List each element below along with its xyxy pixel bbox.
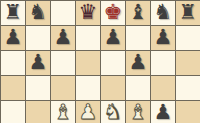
square-d6[interactable]	[76, 51, 101, 76]
square-g5[interactable]	[151, 76, 176, 101]
square-a4[interactable]	[1, 101, 26, 123]
square-e5[interactable]	[101, 76, 126, 101]
square-b7[interactable]	[26, 26, 51, 51]
chess-board: ♜♞♛♚♝♞♜♟♟♟♟♟♟♝♟♞♝♟	[0, 0, 200, 123]
piece-black-rook: ♜	[4, 2, 23, 23]
square-h5[interactable]	[176, 76, 200, 101]
square-c4[interactable]: ♝	[51, 101, 76, 123]
square-d4[interactable]: ♟	[76, 101, 101, 123]
square-f4[interactable]: ♝	[126, 101, 151, 123]
piece-white-bishop: ♝	[129, 102, 148, 123]
square-d8[interactable]: ♛	[76, 1, 101, 26]
chess-game-screenshot: ♜♞♛♚♝♞♜♟♟♟♟♟♟♝♟♞♝♟	[0, 0, 200, 123]
square-a5[interactable]	[1, 76, 26, 101]
square-e7[interactable]: ♟	[101, 26, 126, 51]
piece-black-king: ♚	[104, 2, 123, 23]
square-e6[interactable]	[101, 51, 126, 76]
piece-black-pawn: ♟	[104, 27, 123, 48]
square-g4[interactable]: ♟	[151, 101, 176, 123]
piece-black-pawn: ♟	[4, 27, 23, 48]
piece-black-pawn: ♟	[154, 27, 173, 48]
piece-black-pawn: ♟	[129, 52, 148, 73]
square-e4[interactable]: ♞	[101, 101, 126, 123]
square-c7[interactable]: ♟	[51, 26, 76, 51]
piece-white-knight: ♞	[104, 102, 123, 123]
piece-black-pawn: ♟	[54, 27, 73, 48]
square-g6[interactable]	[151, 51, 176, 76]
piece-white-bishop: ♝	[54, 102, 73, 123]
square-c8[interactable]	[51, 1, 76, 26]
piece-black-pawn: ♟	[29, 52, 48, 73]
square-b4[interactable]	[26, 101, 51, 123]
square-f7[interactable]	[126, 26, 151, 51]
square-f6[interactable]: ♟	[126, 51, 151, 76]
piece-black-knight: ♞	[29, 2, 48, 23]
square-d5[interactable]	[76, 76, 101, 101]
square-g8[interactable]: ♞	[151, 1, 176, 26]
piece-white-pawn: ♟	[79, 102, 98, 123]
square-c6[interactable]	[51, 51, 76, 76]
square-a6[interactable]	[1, 51, 26, 76]
square-a8[interactable]: ♜	[1, 1, 26, 26]
square-a7[interactable]: ♟	[1, 26, 26, 51]
square-c5[interactable]	[51, 76, 76, 101]
square-d7[interactable]	[76, 26, 101, 51]
square-b5[interactable]	[26, 76, 51, 101]
square-e8[interactable]: ♚	[101, 1, 126, 26]
square-b8[interactable]: ♞	[26, 1, 51, 26]
square-g7[interactable]: ♟	[151, 26, 176, 51]
piece-black-knight: ♞	[154, 2, 173, 23]
square-f8[interactable]: ♝	[126, 1, 151, 26]
square-h6[interactable]	[176, 51, 200, 76]
square-b6[interactable]: ♟	[26, 51, 51, 76]
square-h7[interactable]	[176, 26, 200, 51]
square-h8[interactable]: ♜	[176, 1, 200, 26]
piece-black-pawn: ♟	[154, 102, 173, 123]
piece-black-bishop: ♝	[129, 2, 148, 23]
piece-black-queen: ♛	[79, 2, 98, 23]
piece-black-rook: ♜	[179, 2, 198, 23]
square-h4[interactable]	[176, 101, 200, 123]
square-f5[interactable]	[126, 76, 151, 101]
